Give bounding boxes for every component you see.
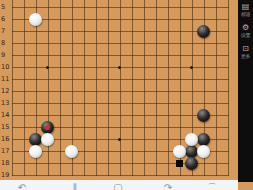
- white-stone: [29, 145, 42, 158]
- star-point: [46, 66, 49, 69]
- black-stone: [197, 133, 210, 146]
- more-icon: ⊡: [242, 44, 249, 53]
- row-coordinate-label: 14: [1, 112, 11, 119]
- black-stone: [185, 157, 198, 170]
- grid-vline: [156, 0, 157, 176]
- grid-vline: [60, 0, 61, 176]
- white-stone: [41, 133, 54, 146]
- black-stone: [197, 25, 210, 38]
- grid-hline: [12, 103, 229, 104]
- row-coordinate-label: 10: [1, 64, 11, 71]
- star-point: [190, 66, 193, 69]
- grid-hline: [12, 79, 229, 80]
- grid-hline: [12, 91, 229, 92]
- row-coordinate-label: 12: [1, 88, 11, 95]
- more-button-label: 更多: [241, 53, 250, 59]
- grid-vline: [12, 0, 13, 176]
- star-point: [118, 66, 121, 69]
- kifu-button-label: 棋谱: [241, 11, 250, 17]
- bottom-toolbar: ↶∥▢↷⌒: [0, 180, 238, 190]
- right-sidebar: ▤棋谱⚙设置⊡更多: [238, 0, 253, 182]
- grid-hline: [12, 55, 229, 56]
- go-board[interactable]: 5678910111213141516171819: [0, 0, 238, 180]
- grid-vline: [96, 0, 97, 176]
- grid-vline: [120, 0, 121, 176]
- grid-vline: [144, 0, 145, 176]
- grid-vline: [24, 0, 25, 176]
- white-stone: [173, 145, 186, 158]
- star-point: [118, 138, 121, 141]
- row-coordinate-label: 19: [1, 172, 11, 179]
- gear-icon: ⚙: [242, 23, 249, 32]
- row-coordinate-label: 9: [1, 52, 11, 59]
- white-stone: [185, 133, 198, 146]
- redo-icon[interactable]: ↷: [164, 182, 172, 190]
- bottom-right-corner: [238, 182, 253, 190]
- grid-vline: [48, 0, 49, 176]
- row-coordinate-label: 11: [1, 76, 11, 83]
- grid-vline: [216, 0, 217, 176]
- row-coordinate-label: 13: [1, 100, 11, 107]
- row-coordinate-label: 5: [1, 4, 11, 11]
- grid-vline: [132, 0, 133, 176]
- grid-hline: [12, 175, 229, 176]
- row-coordinate-label: 17: [1, 148, 11, 155]
- grid-vline: [168, 0, 169, 176]
- row-coordinate-label: 18: [1, 160, 11, 167]
- undo-icon[interactable]: ↶: [18, 182, 26, 190]
- white-stone: [29, 13, 42, 26]
- square-marker: [176, 160, 183, 167]
- more-curve-icon[interactable]: ⌒: [207, 182, 217, 190]
- last-move-marker: [45, 125, 50, 130]
- grid-hline: [12, 43, 229, 44]
- kifu-button[interactable]: ▤棋谱: [241, 2, 250, 17]
- grid-vline: [228, 0, 229, 176]
- grid-vline: [108, 0, 109, 176]
- grid-hline: [12, 31, 229, 32]
- row-coordinate-label: 8: [1, 40, 11, 47]
- grid-hline: [12, 115, 229, 116]
- pass-icon[interactable]: ∥: [73, 182, 78, 190]
- grid-hline: [12, 19, 229, 20]
- row-coordinate-label: 15: [1, 124, 11, 131]
- settings-button-label: 设置: [241, 32, 250, 38]
- grid-vline: [84, 0, 85, 176]
- stop-icon[interactable]: ▢: [113, 182, 122, 190]
- row-coordinate-label: 7: [1, 28, 11, 35]
- white-stone: [65, 145, 78, 158]
- row-coordinate-label: 6: [1, 16, 11, 23]
- go-app-screen: 5678910111213141516171819 ▤棋谱⚙设置⊡更多 ↶∥▢↷…: [0, 0, 253, 190]
- grid-hline: [12, 7, 229, 8]
- settings-button[interactable]: ⚙设置: [241, 23, 250, 38]
- white-stone: [197, 145, 210, 158]
- black-stone: [197, 109, 210, 122]
- row-coordinate-label: 16: [1, 136, 11, 143]
- more-button[interactable]: ⊡更多: [241, 44, 250, 59]
- kifu-list-icon: ▤: [242, 2, 250, 11]
